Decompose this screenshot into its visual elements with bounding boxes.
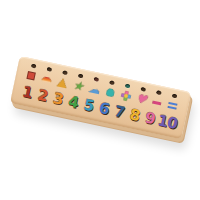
number-piece-1: 1 [21, 83, 34, 103]
semicircle-icon [42, 76, 53, 83]
peg-hole [109, 80, 115, 85]
number-piece-4: 4 [67, 92, 80, 112]
number-piece-8: 8 [128, 105, 141, 125]
number-piece-7: 7 [113, 102, 126, 122]
number-piece-3: 3 [51, 89, 64, 109]
peg-hole [31, 63, 37, 68]
number-piece-10: 10 [156, 111, 179, 133]
peg-hole [93, 76, 99, 81]
drop-icon [105, 88, 114, 97]
peg-hole [156, 90, 162, 95]
heart-icon: ♥ [135, 92, 148, 106]
flower-icon [123, 93, 128, 98]
number-piece-2: 2 [36, 86, 49, 106]
minus-icon [152, 100, 161, 105]
peg-hole [172, 93, 178, 98]
peg-hole [125, 83, 131, 88]
peg-hole [141, 86, 147, 91]
peg-hole [62, 70, 68, 75]
equals-bottom-bar [168, 106, 177, 110]
square-icon [26, 71, 35, 80]
number-piece-6: 6 [97, 99, 110, 119]
product-photo: ★ ☁ ♥ 1 2 3 4 5 6 7 8 9 10 [0, 0, 200, 200]
number-piece-5: 5 [82, 96, 95, 116]
peg-hole [46, 66, 52, 71]
peg-hole [78, 73, 84, 78]
triangle-icon [57, 77, 69, 88]
equals-icon [168, 102, 178, 110]
star-icon: ★ [72, 79, 85, 93]
cloud-icon: ☁ [87, 82, 101, 96]
puzzle-board: ★ ☁ ♥ 1 2 3 4 5 6 7 8 9 10 [10, 56, 191, 139]
number-piece-9: 9 [143, 109, 156, 129]
